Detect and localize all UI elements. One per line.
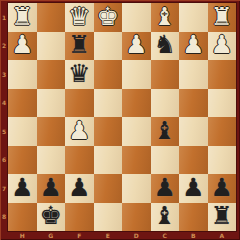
square-f1[interactable]: ♛ — [65, 3, 94, 32]
square-e7[interactable] — [94, 174, 123, 203]
piece-white-rook-a1[interactable]: ♜ — [211, 4, 233, 29]
file-label-d: D — [122, 231, 151, 240]
square-c6[interactable] — [151, 146, 180, 175]
file-label-a: A — [208, 231, 237, 240]
piece-black-knight-c2[interactable]: ♞ — [154, 32, 176, 57]
square-e6[interactable] — [94, 146, 123, 175]
piece-black-bishop-c5[interactable]: ♝ — [154, 118, 176, 143]
square-c3[interactable] — [151, 60, 180, 89]
file-labels: HGFEDCBA — [8, 231, 236, 240]
square-f8[interactable] — [65, 203, 94, 232]
square-f7[interactable]: ♟ — [65, 174, 94, 203]
square-a8[interactable]: ♜ — [208, 203, 237, 232]
square-e5[interactable] — [94, 117, 123, 146]
square-h5[interactable] — [8, 117, 37, 146]
square-h3[interactable] — [8, 60, 37, 89]
piece-black-pawn-b7[interactable]: ♟ — [182, 175, 204, 200]
piece-white-queen-f1[interactable]: ♛ — [68, 4, 90, 29]
rank-labels: 12345678 — [0, 3, 8, 231]
piece-black-rook-a8[interactable]: ♜ — [211, 203, 233, 228]
piece-white-king-e1[interactable]: ♚ — [97, 4, 119, 29]
piece-white-pawn-b2[interactable]: ♟ — [182, 32, 204, 57]
square-d7[interactable] — [122, 174, 151, 203]
square-e2[interactable] — [94, 32, 123, 61]
square-d5[interactable] — [122, 117, 151, 146]
board: ♜♛♚♝♜♟♜♟♞♟♟♛♟♝♟♟♟♟♟♟♚♝♜ — [8, 3, 236, 231]
square-d4[interactable] — [122, 89, 151, 118]
square-c2[interactable]: ♞ — [151, 32, 180, 61]
rank-label-1: 1 — [0, 3, 8, 32]
square-d1[interactable] — [122, 3, 151, 32]
piece-white-pawn-f5[interactable]: ♟ — [68, 118, 90, 143]
square-a7[interactable]: ♟ — [208, 174, 237, 203]
piece-black-pawn-f7[interactable]: ♟ — [68, 175, 90, 200]
square-a6[interactable] — [208, 146, 237, 175]
square-a1[interactable]: ♜ — [208, 3, 237, 32]
square-b5[interactable] — [179, 117, 208, 146]
rank-label-2: 2 — [0, 32, 8, 61]
square-a2[interactable]: ♟ — [208, 32, 237, 61]
rank-label-7: 7 — [0, 174, 8, 203]
square-a4[interactable] — [208, 89, 237, 118]
square-b6[interactable] — [179, 146, 208, 175]
square-f4[interactable] — [65, 89, 94, 118]
square-h4[interactable] — [8, 89, 37, 118]
square-f6[interactable] — [65, 146, 94, 175]
square-g5[interactable] — [37, 117, 66, 146]
rank-label-5: 5 — [0, 117, 8, 146]
square-h6[interactable] — [8, 146, 37, 175]
file-label-h: H — [8, 231, 37, 240]
square-h8[interactable] — [8, 203, 37, 232]
file-label-f: F — [65, 231, 94, 240]
square-f3[interactable]: ♛ — [65, 60, 94, 89]
square-b1[interactable] — [179, 3, 208, 32]
file-label-e: E — [94, 231, 123, 240]
square-b3[interactable] — [179, 60, 208, 89]
square-c1[interactable]: ♝ — [151, 3, 180, 32]
piece-white-pawn-d2[interactable]: ♟ — [125, 32, 147, 57]
piece-black-queen-f3[interactable]: ♛ — [68, 61, 90, 86]
square-g1[interactable] — [37, 3, 66, 32]
square-c4[interactable] — [151, 89, 180, 118]
rank-label-3: 3 — [0, 60, 8, 89]
chess-board-frame: 12345678 ♜♛♚♝♜♟♜♟♞♟♟♛♟♝♟♟♟♟♟♟♚♝♜ HGFEDCB… — [0, 0, 240, 240]
square-d2[interactable]: ♟ — [122, 32, 151, 61]
square-c8[interactable]: ♝ — [151, 203, 180, 232]
square-g3[interactable] — [37, 60, 66, 89]
square-a5[interactable] — [208, 117, 237, 146]
piece-black-pawn-a7[interactable]: ♟ — [211, 175, 233, 200]
square-g7[interactable]: ♟ — [37, 174, 66, 203]
piece-white-bishop-c1[interactable]: ♝ — [154, 4, 176, 29]
square-g6[interactable] — [37, 146, 66, 175]
square-h7[interactable]: ♟ — [8, 174, 37, 203]
file-label-g: G — [37, 231, 66, 240]
square-e1[interactable]: ♚ — [94, 3, 123, 32]
square-d8[interactable] — [122, 203, 151, 232]
piece-black-king-g8[interactable]: ♚ — [40, 203, 62, 228]
square-b4[interactable] — [179, 89, 208, 118]
rank-label-8: 8 — [0, 203, 8, 232]
square-d6[interactable] — [122, 146, 151, 175]
piece-white-rook-h1[interactable]: ♜ — [11, 4, 33, 29]
square-a3[interactable] — [208, 60, 237, 89]
rank-label-6: 6 — [0, 146, 8, 175]
square-c7[interactable]: ♟ — [151, 174, 180, 203]
square-e8[interactable] — [94, 203, 123, 232]
piece-black-bishop-c8[interactable]: ♝ — [154, 203, 176, 228]
square-g8[interactable]: ♚ — [37, 203, 66, 232]
piece-black-pawn-h7[interactable]: ♟ — [11, 175, 33, 200]
piece-black-rook-f2[interactable]: ♜ — [68, 32, 90, 57]
rank-label-4: 4 — [0, 89, 8, 118]
square-g2[interactable] — [37, 32, 66, 61]
square-f5[interactable]: ♟ — [65, 117, 94, 146]
file-label-b: B — [179, 231, 208, 240]
piece-white-pawn-a2[interactable]: ♟ — [211, 32, 233, 57]
piece-black-pawn-c7[interactable]: ♟ — [154, 175, 176, 200]
piece-white-pawn-h2[interactable]: ♟ — [11, 32, 33, 57]
square-e3[interactable] — [94, 60, 123, 89]
square-b2[interactable]: ♟ — [179, 32, 208, 61]
file-label-c: C — [151, 231, 180, 240]
square-g4[interactable] — [37, 89, 66, 118]
square-c5[interactable]: ♝ — [151, 117, 180, 146]
square-b8[interactable] — [179, 203, 208, 232]
square-e4[interactable] — [94, 89, 123, 118]
square-d3[interactable] — [122, 60, 151, 89]
square-f2[interactable]: ♜ — [65, 32, 94, 61]
square-h2[interactable]: ♟ — [8, 32, 37, 61]
square-b7[interactable]: ♟ — [179, 174, 208, 203]
piece-black-pawn-g7[interactable]: ♟ — [40, 175, 62, 200]
square-h1[interactable]: ♜ — [8, 3, 37, 32]
